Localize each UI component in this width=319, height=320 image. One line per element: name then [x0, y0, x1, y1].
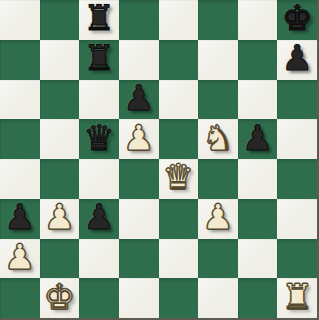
square-d2[interactable]: [119, 239, 159, 279]
square-d7[interactable]: [119, 40, 159, 80]
square-h1[interactable]: ♜: [277, 278, 317, 318]
square-a1[interactable]: [0, 278, 40, 318]
square-a7[interactable]: [0, 40, 40, 80]
white-pawn-d5: ♟: [123, 121, 154, 156]
square-g7[interactable]: [238, 40, 278, 80]
square-g6[interactable]: [238, 80, 278, 120]
chess-board: ♜♚♜♟♟♛♟♞♟♛♟♟♟♟♟♚♜: [0, 0, 319, 320]
square-c6[interactable]: [79, 80, 119, 120]
black-pawn-d6: ♟: [123, 81, 154, 116]
square-b2[interactable]: [40, 239, 80, 279]
white-queen-e4: ♛: [163, 160, 194, 195]
square-e8[interactable]: [159, 0, 199, 40]
square-d1[interactable]: [119, 278, 159, 318]
square-b6[interactable]: [40, 80, 80, 120]
white-pawn-a2: ♟: [4, 240, 35, 275]
white-rook-h1: ♜: [281, 280, 312, 315]
square-a2[interactable]: ♟: [0, 239, 40, 279]
black-rook-c8: ♜: [83, 1, 114, 36]
square-e5[interactable]: [159, 119, 199, 159]
square-e1[interactable]: [159, 278, 199, 318]
square-h2[interactable]: [277, 239, 317, 279]
square-c8[interactable]: ♜: [79, 0, 119, 40]
white-pawn-b3: ♟: [44, 200, 75, 235]
square-f5[interactable]: ♞: [198, 119, 238, 159]
square-a8[interactable]: [0, 0, 40, 40]
square-g3[interactable]: [238, 199, 278, 239]
black-rook-c7: ♜: [83, 41, 114, 76]
square-c1[interactable]: [79, 278, 119, 318]
square-a4[interactable]: [0, 159, 40, 199]
square-b8[interactable]: [40, 0, 80, 40]
square-c7[interactable]: ♜: [79, 40, 119, 80]
square-f6[interactable]: [198, 80, 238, 120]
square-h6[interactable]: [277, 80, 317, 120]
white-pawn-f3: ♟: [202, 200, 233, 235]
square-h5[interactable]: [277, 119, 317, 159]
square-e4[interactable]: ♛: [159, 159, 199, 199]
square-a6[interactable]: [0, 80, 40, 120]
square-d8[interactable]: [119, 0, 159, 40]
square-b1[interactable]: ♚: [40, 278, 80, 318]
square-f3[interactable]: ♟: [198, 199, 238, 239]
square-b5[interactable]: [40, 119, 80, 159]
square-h8[interactable]: ♚: [277, 0, 317, 40]
square-h7[interactable]: ♟: [277, 40, 317, 80]
chess-diagram: ♜♚♜♟♟♛♟♞♟♛♟♟♟♟♟♚♜: [0, 0, 319, 320]
square-g4[interactable]: [238, 159, 278, 199]
square-d6[interactable]: ♟: [119, 80, 159, 120]
square-d3[interactable]: [119, 199, 159, 239]
square-c5[interactable]: ♛: [79, 119, 119, 159]
black-queen-c5: ♛: [83, 121, 114, 156]
square-e6[interactable]: [159, 80, 199, 120]
square-a5[interactable]: [0, 119, 40, 159]
square-e7[interactable]: [159, 40, 199, 80]
square-b7[interactable]: [40, 40, 80, 80]
square-e3[interactable]: [159, 199, 199, 239]
black-king-h8: ♚: [281, 1, 312, 36]
black-pawn-h7: ♟: [281, 41, 312, 76]
square-d4[interactable]: [119, 159, 159, 199]
white-king-b1: ♚: [44, 280, 75, 315]
square-b4[interactable]: [40, 159, 80, 199]
square-e2[interactable]: [159, 239, 199, 279]
black-pawn-c3: ♟: [83, 200, 114, 235]
square-g2[interactable]: [238, 239, 278, 279]
square-c2[interactable]: [79, 239, 119, 279]
square-g8[interactable]: [238, 0, 278, 40]
square-f8[interactable]: [198, 0, 238, 40]
square-c3[interactable]: ♟: [79, 199, 119, 239]
square-d5[interactable]: ♟: [119, 119, 159, 159]
black-pawn-a3: ♟: [4, 200, 35, 235]
square-c4[interactable]: [79, 159, 119, 199]
square-b3[interactable]: ♟: [40, 199, 80, 239]
square-g1[interactable]: [238, 278, 278, 318]
square-a3[interactable]: ♟: [0, 199, 40, 239]
square-f1[interactable]: [198, 278, 238, 318]
square-f7[interactable]: [198, 40, 238, 80]
square-h4[interactable]: [277, 159, 317, 199]
square-f4[interactable]: [198, 159, 238, 199]
square-h3[interactable]: [277, 199, 317, 239]
square-g5[interactable]: ♟: [238, 119, 278, 159]
white-knight-f5: ♞: [202, 121, 233, 156]
square-f2[interactable]: [198, 239, 238, 279]
black-pawn-g5: ♟: [242, 121, 273, 156]
